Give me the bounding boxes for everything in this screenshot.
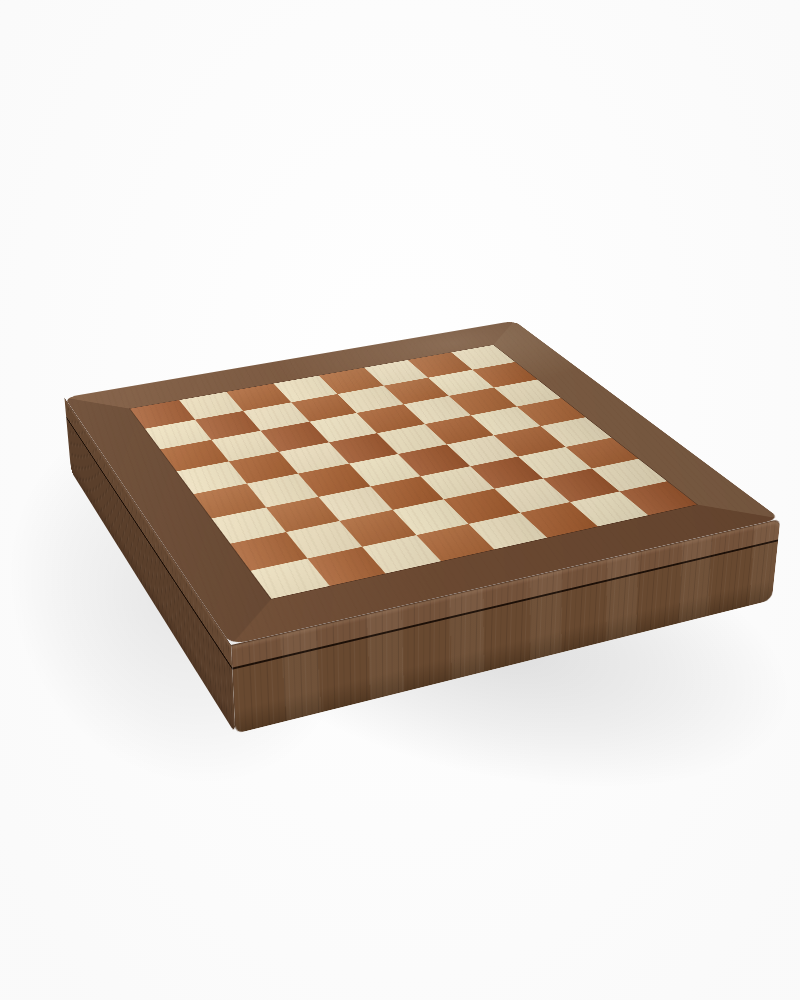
board-square	[362, 535, 441, 574]
board-square	[570, 491, 648, 526]
board-square	[298, 464, 370, 497]
board-square	[307, 547, 386, 587]
chess-box	[64, 321, 780, 645]
board-square	[619, 481, 697, 515]
board-square	[211, 507, 285, 543]
perspective-stage	[0, 0, 800, 1000]
board-square	[520, 502, 598, 538]
board-square	[468, 513, 546, 550]
board-square	[286, 521, 362, 558]
board-square	[543, 469, 619, 502]
board-square	[420, 466, 494, 499]
board-square	[392, 499, 468, 535]
board-square	[340, 510, 416, 547]
product-photo-scene	[0, 0, 800, 1000]
board-square	[470, 456, 544, 488]
board-square	[194, 484, 266, 518]
board-square	[494, 479, 570, 513]
board-square	[370, 476, 444, 510]
board-square	[230, 532, 306, 570]
board-square	[591, 459, 666, 492]
board-square	[349, 454, 421, 486]
board-square	[416, 524, 495, 562]
board-square	[246, 474, 318, 508]
board-square	[444, 489, 520, 524]
board-square	[176, 461, 246, 494]
board-square	[228, 452, 298, 484]
board-square	[265, 497, 339, 532]
board-square	[318, 486, 392, 521]
board-square	[250, 558, 329, 599]
